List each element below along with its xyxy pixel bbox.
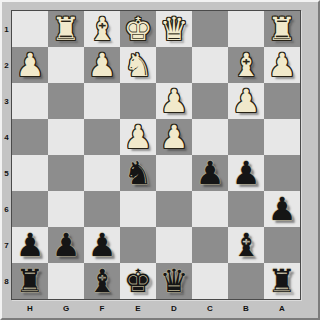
piece-black-pawn-h7: ♟ xyxy=(12,227,48,263)
square-d5[interactable] xyxy=(156,155,192,191)
file-labels: HGFEDCBA xyxy=(12,301,300,316)
square-b5[interactable]: ♟ xyxy=(228,155,264,191)
square-f4[interactable] xyxy=(84,119,120,155)
square-h7[interactable]: ♟ xyxy=(12,227,48,263)
square-c6[interactable] xyxy=(192,191,228,227)
square-c4[interactable] xyxy=(192,119,228,155)
square-g4[interactable] xyxy=(48,119,84,155)
rank-label-4: 4 xyxy=(2,119,11,155)
square-g7[interactable]: ♟ xyxy=(48,227,84,263)
square-c2[interactable] xyxy=(192,47,228,83)
piece-black-bishop-b7: ♝ xyxy=(228,227,264,263)
piece-white-pawn-a2: ♟ xyxy=(264,47,300,83)
square-c3[interactable] xyxy=(192,83,228,119)
square-d6[interactable] xyxy=(156,191,192,227)
file-label-b: B xyxy=(228,301,264,316)
piece-black-queen-d8: ♛ xyxy=(156,263,192,299)
square-f2[interactable]: ♟ xyxy=(84,47,120,83)
chess-board: ♜♝♚♛♜♟♟♞♝♟♟♟♟♟♞♟♟♟♟♟♟♝♜♝♚♛♜ xyxy=(12,11,300,299)
square-c5[interactable]: ♟ xyxy=(192,155,228,191)
square-f3[interactable] xyxy=(84,83,120,119)
square-d3[interactable]: ♟ xyxy=(156,83,192,119)
piece-white-king-e1: ♚ xyxy=(120,11,156,47)
square-e7[interactable] xyxy=(120,227,156,263)
square-c8[interactable] xyxy=(192,263,228,299)
piece-white-bishop-b2: ♝ xyxy=(228,47,264,83)
square-b1[interactable] xyxy=(228,11,264,47)
square-d4[interactable]: ♟ xyxy=(156,119,192,155)
square-h8[interactable]: ♜ xyxy=(12,263,48,299)
square-f5[interactable] xyxy=(84,155,120,191)
square-e3[interactable] xyxy=(120,83,156,119)
rank-label-2: 2 xyxy=(2,47,11,83)
square-e1[interactable]: ♚ xyxy=(120,11,156,47)
square-g6[interactable] xyxy=(48,191,84,227)
square-f7[interactable]: ♟ xyxy=(84,227,120,263)
square-a3[interactable] xyxy=(264,83,300,119)
square-a5[interactable] xyxy=(264,155,300,191)
square-a4[interactable] xyxy=(264,119,300,155)
square-g1[interactable]: ♜ xyxy=(48,11,84,47)
square-f1[interactable]: ♝ xyxy=(84,11,120,47)
file-label-h: H xyxy=(12,301,48,316)
rank-label-1: 1 xyxy=(2,11,11,47)
piece-white-pawn-d4: ♟ xyxy=(156,119,192,155)
square-h6[interactable] xyxy=(12,191,48,227)
file-label-c: C xyxy=(192,301,228,316)
square-f6[interactable] xyxy=(84,191,120,227)
rank-label-3: 3 xyxy=(2,83,11,119)
square-b4[interactable] xyxy=(228,119,264,155)
piece-white-pawn-f2: ♟ xyxy=(84,47,120,83)
square-e5[interactable]: ♞ xyxy=(120,155,156,191)
square-b7[interactable]: ♝ xyxy=(228,227,264,263)
square-c1[interactable] xyxy=(192,11,228,47)
piece-white-pawn-e4: ♟ xyxy=(120,119,156,155)
square-g2[interactable] xyxy=(48,47,84,83)
square-e4[interactable]: ♟ xyxy=(120,119,156,155)
square-g8[interactable] xyxy=(48,263,84,299)
file-label-g: G xyxy=(48,301,84,316)
square-e2[interactable]: ♞ xyxy=(120,47,156,83)
square-a1[interactable]: ♜ xyxy=(264,11,300,47)
square-b3[interactable]: ♟ xyxy=(228,83,264,119)
piece-black-knight-e5: ♞ xyxy=(120,155,156,191)
rank-label-8: 8 xyxy=(2,263,11,299)
piece-white-knight-e2: ♞ xyxy=(120,47,156,83)
rank-label-7: 7 xyxy=(2,227,11,263)
piece-white-pawn-d3: ♟ xyxy=(156,83,192,119)
square-h2[interactable]: ♟ xyxy=(12,47,48,83)
file-label-d: D xyxy=(156,301,192,316)
square-b8[interactable] xyxy=(228,263,264,299)
piece-black-bishop-f8: ♝ xyxy=(84,263,120,299)
piece-black-pawn-a6: ♟ xyxy=(264,191,300,227)
square-d1[interactable]: ♛ xyxy=(156,11,192,47)
piece-white-rook-a1: ♜ xyxy=(264,11,300,47)
square-a2[interactable]: ♟ xyxy=(264,47,300,83)
square-e6[interactable] xyxy=(120,191,156,227)
square-c7[interactable] xyxy=(192,227,228,263)
square-a7[interactable] xyxy=(264,227,300,263)
square-a6[interactable]: ♟ xyxy=(264,191,300,227)
piece-white-pawn-b3: ♟ xyxy=(228,83,264,119)
square-f8[interactable]: ♝ xyxy=(84,263,120,299)
piece-white-pawn-h2: ♟ xyxy=(12,47,48,83)
square-d8[interactable]: ♛ xyxy=(156,263,192,299)
board-frame: ♜♝♚♛♜♟♟♞♝♟♟♟♟♟♞♟♟♟♟♟♟♝♜♝♚♛♜ xyxy=(11,10,301,300)
square-a8[interactable]: ♜ xyxy=(264,263,300,299)
piece-black-pawn-g7: ♟ xyxy=(48,227,84,263)
rank-labels: 12345678 xyxy=(2,11,11,299)
square-d7[interactable] xyxy=(156,227,192,263)
square-h4[interactable] xyxy=(12,119,48,155)
piece-white-bishop-f1: ♝ xyxy=(84,11,120,47)
file-label-f: F xyxy=(84,301,120,316)
chess-board-panel: 12345678 ♜♝♚♛♜♟♟♞♝♟♟♟♟♟♞♟♟♟♟♟♟♝♜♝♚♛♜ HGF… xyxy=(0,0,320,320)
square-e8[interactable]: ♚ xyxy=(120,263,156,299)
square-g5[interactable] xyxy=(48,155,84,191)
square-b6[interactable] xyxy=(228,191,264,227)
piece-black-king-e8: ♚ xyxy=(120,263,156,299)
square-h3[interactable] xyxy=(12,83,48,119)
square-h5[interactable] xyxy=(12,155,48,191)
file-label-e: E xyxy=(120,301,156,316)
piece-black-pawn-f7: ♟ xyxy=(84,227,120,263)
rank-label-5: 5 xyxy=(2,155,11,191)
piece-black-rook-a8: ♜ xyxy=(264,263,300,299)
square-b2[interactable]: ♝ xyxy=(228,47,264,83)
square-d2[interactable] xyxy=(156,47,192,83)
piece-black-pawn-b5: ♟ xyxy=(228,155,264,191)
piece-white-queen-d1: ♛ xyxy=(156,11,192,47)
square-g3[interactable] xyxy=(48,83,84,119)
file-label-a: A xyxy=(264,301,300,316)
square-h1[interactable] xyxy=(12,11,48,47)
piece-white-rook-g1: ♜ xyxy=(48,11,84,47)
rank-label-6: 6 xyxy=(2,191,11,227)
piece-black-rook-h8: ♜ xyxy=(12,263,48,299)
piece-black-pawn-c5: ♟ xyxy=(192,155,228,191)
